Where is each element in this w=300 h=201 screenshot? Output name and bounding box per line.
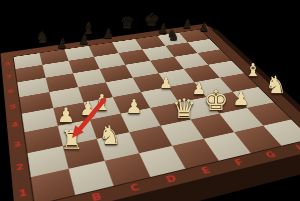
- black-king-e8[interactable]: ♚: [143, 12, 158, 29]
- white-pawn-a2[interactable]: ♟: [57, 105, 75, 125]
- white-pawn-d4[interactable]: ♟: [159, 76, 172, 91]
- black-pawn-g7[interactable]: ♟: [199, 22, 209, 33]
- black-knight-b8[interactable]: ♞: [35, 31, 48, 46]
- black-knight-f6[interactable]: ♞: [167, 28, 180, 42]
- black-pawn-b7[interactable]: ♟: [57, 38, 68, 50]
- black-pawn-d7[interactable]: ♟: [103, 28, 114, 40]
- black-pawn-f7[interactable]: ♟: [182, 19, 192, 30]
- white-pawn-f2[interactable]: ♟: [232, 89, 249, 108]
- white-knight-g1[interactable]: ♞: [265, 73, 287, 97]
- white-queen-d1[interactable]: ♛: [172, 95, 196, 122]
- black-queen-d8[interactable]: ♛: [120, 16, 134, 32]
- white-king-e1[interactable]: ♚: [203, 87, 228, 115]
- black-pawn-c7[interactable]: ♟: [79, 34, 90, 46]
- pieces-layer: ♚♟♛♟♟♝♟♞♞♟♟♝♟♞♟♟♝♚♟♟♛♟♞♜: [0, 0, 300, 201]
- white-bishop-f4[interactable]: ♝: [245, 61, 261, 79]
- white-pawn-b2[interactable]: ♟: [79, 99, 96, 118]
- white-knight-b1[interactable]: ♞: [98, 122, 121, 148]
- white-rook-a1[interactable]: ♜: [60, 127, 83, 153]
- white-pawn-c2[interactable]: ♟: [125, 97, 142, 116]
